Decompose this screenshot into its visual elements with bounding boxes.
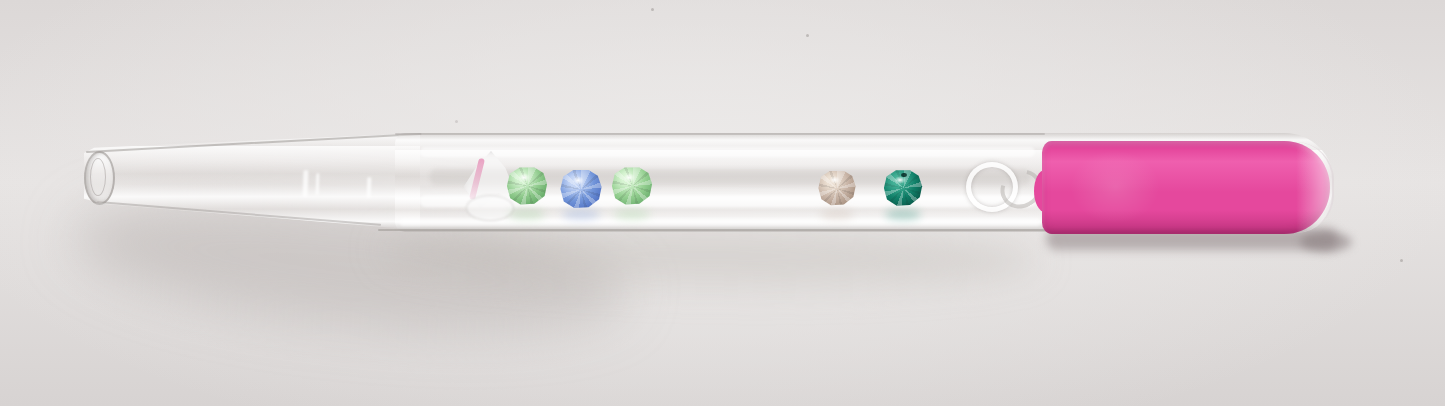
dust-speck <box>455 120 458 123</box>
pink-cap-sheen <box>1070 150 1160 224</box>
glass-nub-right <box>960 156 1040 210</box>
champagne-bead-reflection <box>820 209 854 220</box>
glass-highlight-band <box>420 147 1035 157</box>
glass-nub-dimple <box>466 195 514 221</box>
dome-end-shadow <box>1300 232 1352 252</box>
green-bead-1-reflection <box>509 209 546 220</box>
emerald-bead-hole <box>901 173 907 178</box>
blue-bead-sparkle <box>572 176 585 185</box>
green-bead-2-sparkle <box>623 173 635 182</box>
green-bead-2-reflection <box>614 209 651 220</box>
tube-bottom-edge <box>378 229 1046 231</box>
champagne-bead-sparkle <box>829 176 840 184</box>
glass-reflection-dash <box>367 177 372 198</box>
dust-speck <box>1400 259 1403 262</box>
photo-canvas <box>0 0 1445 406</box>
tube-top-edge <box>395 133 1045 135</box>
dust-speck <box>651 8 654 11</box>
blue-bead-reflection <box>562 209 600 220</box>
glass-reflection-dash <box>303 170 309 197</box>
emerald-bead-sparkle <box>894 176 906 185</box>
green-bead-1-sparkle <box>518 173 530 182</box>
tube-tip-inner-rim <box>90 158 106 196</box>
emerald-bead-reflection <box>885 209 920 220</box>
dust-speck <box>806 34 809 37</box>
